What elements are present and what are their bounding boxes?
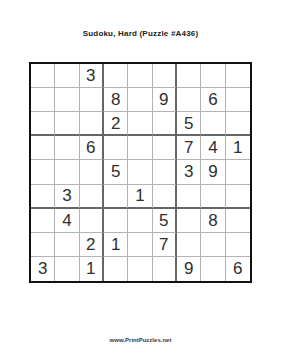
cell-r2c3: [80, 88, 104, 112]
cell-r6c7: [177, 185, 201, 209]
cell-r2c4: 8: [104, 88, 128, 112]
cell-r5c2: [55, 160, 79, 184]
cell-r2c1: [31, 88, 55, 112]
cell-r2c6: 9: [153, 88, 177, 112]
cell-r8c8: [201, 233, 225, 257]
cell-r4c8: 4: [201, 136, 225, 160]
cell-r7c6: 5: [153, 209, 177, 233]
cell-r7c5: [128, 209, 152, 233]
cell-r9c7: 9: [177, 257, 201, 281]
cell-r9c2: [55, 257, 79, 281]
cell-r2c2: [55, 88, 79, 112]
cell-r4c1: [31, 136, 55, 160]
cell-r4c7: 7: [177, 136, 201, 160]
cell-r7c7: [177, 209, 201, 233]
cell-r5c3: [80, 160, 104, 184]
cell-r9c8: [201, 257, 225, 281]
cell-r7c3: [80, 209, 104, 233]
cell-r4c9: 1: [226, 136, 250, 160]
cell-r5c7: 3: [177, 160, 201, 184]
cell-r1c3: 3: [80, 64, 104, 88]
cell-r1c5: [128, 64, 152, 88]
footer-url: www.PrintPuzzles.net: [0, 337, 281, 343]
cell-r3c2: [55, 112, 79, 136]
cell-r1c7: [177, 64, 201, 88]
cell-r5c1: [31, 160, 55, 184]
cell-r4c3: 6: [80, 136, 104, 160]
cell-r1c8: [201, 64, 225, 88]
cell-r9c6: [153, 257, 177, 281]
cell-r6c5: 1: [128, 185, 152, 209]
cell-r7c8: 8: [201, 209, 225, 233]
cell-r5c5: [128, 160, 152, 184]
cell-r6c2: 3: [55, 185, 79, 209]
cell-r4c6: [153, 136, 177, 160]
cell-r6c8: [201, 185, 225, 209]
cell-r4c4: [104, 136, 128, 160]
cell-r1c6: [153, 64, 177, 88]
cell-r9c5: [128, 257, 152, 281]
cell-r9c9: 6: [226, 257, 250, 281]
cell-r8c4: 1: [104, 233, 128, 257]
cell-r7c1: [31, 209, 55, 233]
cell-r3c9: [226, 112, 250, 136]
cell-r8c6: 7: [153, 233, 177, 257]
cell-r5c6: [153, 160, 177, 184]
cell-r1c9: [226, 64, 250, 88]
cell-r3c1: [31, 112, 55, 136]
cell-r8c9: [226, 233, 250, 257]
cell-r2c8: 6: [201, 88, 225, 112]
cell-r8c1: [31, 233, 55, 257]
cell-r7c9: [226, 209, 250, 233]
cell-r9c4: [104, 257, 128, 281]
cell-r8c5: [128, 233, 152, 257]
cell-r1c4: [104, 64, 128, 88]
cell-r6c4: [104, 185, 128, 209]
cell-r8c3: 2: [80, 233, 104, 257]
cell-r2c5: [128, 88, 152, 112]
cell-r6c6: [153, 185, 177, 209]
cell-r3c6: [153, 112, 177, 136]
cell-r3c8: [201, 112, 225, 136]
cell-r3c7: 5: [177, 112, 201, 136]
cell-r1c2: [55, 64, 79, 88]
cell-r9c3: 1: [80, 257, 104, 281]
cell-r6c3: [80, 185, 104, 209]
cell-r3c3: [80, 112, 104, 136]
cell-r6c1: [31, 185, 55, 209]
cell-r3c5: [128, 112, 152, 136]
cell-r4c5: [128, 136, 152, 160]
cell-r2c9: [226, 88, 250, 112]
cell-r6c9: [226, 185, 250, 209]
cell-r7c2: 4: [55, 209, 79, 233]
cell-r5c9: [226, 160, 250, 184]
cell-r8c7: [177, 233, 201, 257]
cell-r4c2: [55, 136, 79, 160]
cell-r7c4: [104, 209, 128, 233]
sudoku-board: 3896256741539314582173196: [29, 62, 252, 283]
printable-page: Sudoku, Hard (Puzzle #A436) 389625674153…: [0, 0, 281, 363]
cell-r9c1: 3: [31, 257, 55, 281]
cell-r5c8: 9: [201, 160, 225, 184]
cell-r5c4: 5: [104, 160, 128, 184]
cell-r8c2: [55, 233, 79, 257]
cell-r2c7: [177, 88, 201, 112]
cell-r3c4: 2: [104, 112, 128, 136]
puzzle-title: Sudoku, Hard (Puzzle #A436): [0, 29, 281, 38]
cell-r1c1: [31, 64, 55, 88]
